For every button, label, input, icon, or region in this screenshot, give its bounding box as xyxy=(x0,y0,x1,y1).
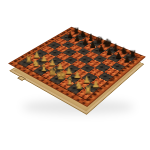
board-square xyxy=(86,59,101,68)
black-pawn: ♟ xyxy=(74,35,81,42)
chess-set-photo: ♜♟♟♜♞♟♟♞♝♟♟♝♛♟♟♛♚♟♟♚♝♟♟♝♞♟♟♞♜♟♟♜ xyxy=(0,0,150,150)
black-pawn: ♟ xyxy=(90,41,97,49)
board-square xyxy=(69,44,83,51)
gold-bishop: ♝ xyxy=(65,75,75,86)
black-pawn: ♟ xyxy=(124,56,131,64)
black-pawn: ♟ xyxy=(98,45,105,53)
black-pawn: ♟ xyxy=(82,38,89,45)
chess-board: ♜♟♟♜♞♟♟♞♝♟♟♝♛♟♟♛♚♟♟♚♝♟♟♝♞♟♟♞♜♟♟♜ xyxy=(8,27,146,107)
gold-rook: ♜ xyxy=(84,85,93,95)
brass-latch xyxy=(17,76,26,81)
gold-knight: ♞ xyxy=(74,80,83,90)
black-pawn: ♟ xyxy=(106,48,113,56)
board-grid: ♜♟♟♜♞♟♟♞♝♟♟♝♛♟♟♛♚♟♟♚♝♟♟♝♞♟♟♞♜♟♟♜ xyxy=(18,31,136,99)
gold-pawn: ♟ xyxy=(92,81,100,90)
chess-set-scene: ♜♟♟♜♞♟♟♞♝♟♟♝♛♟♟♛♚♟♟♚♝♟♟♝♞♟♟♞♜♟♟♜ xyxy=(0,0,150,150)
black-pawn: ♟ xyxy=(115,52,122,60)
black-pawn: ♟ xyxy=(67,32,74,39)
